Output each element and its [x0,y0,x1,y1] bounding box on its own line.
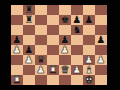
square-d3 [47,55,59,65]
square-g1: ♚ [83,75,95,85]
square-f4 [71,45,83,55]
square-b2 [23,65,35,75]
square-f8 [71,5,83,15]
square-e3 [59,55,71,65]
square-h8 [95,5,107,15]
square-g6 [83,25,95,35]
square-g3: ♟ [83,55,95,65]
square-a2 [11,65,23,75]
square-a6 [11,25,23,35]
square-b3: ♟ [23,55,35,65]
piece-black-king: ♚ [61,15,70,25]
square-d6 [47,25,59,35]
piece-white-pawn: ♟ [97,55,106,65]
square-e2: ♛ [59,65,71,75]
piece-white-pawn: ♟ [85,55,94,65]
square-f5 [71,35,83,45]
square-c3: ♛ [35,55,47,65]
piece-white-king: ♚ [85,75,94,85]
piece-black-pawn: ♟ [73,15,82,25]
piece-white-pawn: ♟ [37,65,46,75]
piece-black-queen: ♛ [37,55,46,65]
square-c6 [35,25,47,35]
piece-black-pawn: ♟ [85,15,94,25]
square-e6 [59,25,71,35]
piece-black-knight: ♞ [73,25,82,35]
square-b4: ♟ [23,45,35,55]
square-h2 [95,65,107,75]
square-h3: ♟ [95,55,107,65]
square-g5 [83,35,95,45]
square-a8 [11,5,23,15]
square-b8: ♜ [23,5,35,15]
square-a1: ♜ [11,75,23,85]
square-c4 [35,45,47,55]
square-e4: ♟ [59,45,71,55]
square-c2: ♟ [35,65,47,75]
square-d8 [47,5,59,15]
square-b5 [23,35,35,45]
square-h7 [95,15,107,25]
piece-black-pawn: ♟ [97,35,106,45]
square-f7: ♟ [71,15,83,25]
square-d7 [47,15,59,25]
chess-board: ♜♜♚♟♟♞♟♟♟♟♟♟♟♛♟♟♟♜♛♟♝♜♚ [11,5,107,85]
piece-white-rook: ♜ [13,75,22,85]
square-f2: ♟ [71,65,83,75]
square-f1 [71,75,83,85]
piece-black-rook: ♜ [25,5,34,15]
piece-white-pawn: ♟ [61,45,70,55]
square-f6: ♞ [71,25,83,35]
square-b6 [23,25,35,35]
square-b7: ♜ [23,15,35,25]
piece-white-bishop: ♝ [85,65,94,75]
piece-black-rook: ♜ [25,15,34,25]
square-g2: ♝ [83,65,95,75]
piece-black-pawn: ♟ [61,35,70,45]
square-e8 [59,5,71,15]
square-g7: ♟ [83,15,95,25]
piece-white-pawn: ♟ [73,65,82,75]
piece-black-pawn: ♟ [13,35,22,45]
square-h1 [95,75,107,85]
square-c8 [35,5,47,15]
square-e1 [59,75,71,85]
square-h6 [95,25,107,35]
square-c5 [35,35,47,45]
square-a5: ♟ [11,35,23,45]
square-d5 [47,35,59,45]
square-h5: ♟ [95,35,107,45]
square-g4 [83,45,95,55]
piece-white-pawn: ♟ [13,45,22,55]
square-a3 [11,55,23,65]
piece-white-rook: ♜ [49,65,58,75]
square-d2: ♜ [47,65,59,75]
square-b1 [23,75,35,85]
square-g8 [83,5,95,15]
square-c1 [35,75,47,85]
square-f3 [71,55,83,65]
square-d4 [47,45,59,55]
square-d1 [47,75,59,85]
square-a4: ♟ [11,45,23,55]
square-c7 [35,15,47,25]
square-h4 [95,45,107,55]
square-e5: ♟ [59,35,71,45]
square-a7 [11,15,23,25]
piece-black-pawn: ♟ [25,45,34,55]
piece-white-queen: ♛ [61,65,70,75]
piece-white-pawn: ♟ [25,55,34,65]
square-e7: ♚ [59,15,71,25]
